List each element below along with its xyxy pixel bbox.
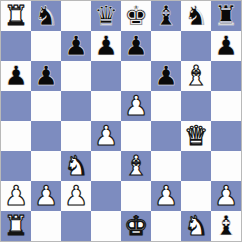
square-d2[interactable] <box>91 181 121 211</box>
square-d3[interactable] <box>91 151 121 181</box>
square-h8[interactable]: ♜ <box>211 1 241 31</box>
square-g3[interactable] <box>181 151 211 181</box>
square-g7[interactable] <box>181 31 211 61</box>
square-g8[interactable]: ♞ <box>181 1 211 31</box>
square-f7[interactable] <box>151 31 181 61</box>
square-e1[interactable]: ♚ <box>121 211 151 241</box>
white-king[interactable]: ♚ <box>124 212 148 239</box>
square-b1[interactable] <box>31 211 61 241</box>
white-rook[interactable]: ♜ <box>4 2 28 29</box>
square-g6[interactable]: ♝ <box>181 61 211 91</box>
square-b3[interactable] <box>31 151 61 181</box>
square-f5[interactable] <box>151 91 181 121</box>
square-g4[interactable]: ♛ <box>181 121 211 151</box>
square-h1[interactable]: ♝ <box>211 211 241 241</box>
square-g1[interactable]: ♞ <box>181 211 211 241</box>
square-b6[interactable]: ♟ <box>31 61 61 91</box>
square-h6[interactable] <box>211 61 241 91</box>
square-f6[interactable]: ♟ <box>151 61 181 91</box>
white-bishop[interactable]: ♝ <box>184 62 208 89</box>
black-pawn[interactable]: ♟ <box>124 32 148 59</box>
white-knight[interactable]: ♞ <box>184 212 208 239</box>
square-e5[interactable]: ♟ <box>121 91 151 121</box>
square-a7[interactable] <box>1 31 31 61</box>
square-c7[interactable]: ♟ <box>61 31 91 61</box>
square-e4[interactable] <box>121 121 151 151</box>
black-rook[interactable]: ♜ <box>214 2 238 29</box>
black-knight[interactable]: ♞ <box>184 2 208 29</box>
square-h3[interactable] <box>211 151 241 181</box>
square-e3[interactable]: ♝ <box>121 151 151 181</box>
square-f3[interactable] <box>151 151 181 181</box>
square-f2[interactable]: ♟ <box>151 181 181 211</box>
white-pawn[interactable]: ♟ <box>94 122 118 149</box>
square-a6[interactable]: ♟ <box>1 61 31 91</box>
square-g5[interactable] <box>181 91 211 121</box>
square-h4[interactable] <box>211 121 241 151</box>
square-c8[interactable] <box>61 1 91 31</box>
square-b2[interactable]: ♟ <box>31 181 61 211</box>
square-e8[interactable]: ♚ <box>121 1 151 31</box>
chess-board: ♜♞♛♚♝♞♜♟♟♟♟♟♟♟♝♟♟♛♞♝♟♟♟♟♟♜♚♞♝ <box>0 0 242 242</box>
square-a2[interactable]: ♟ <box>1 181 31 211</box>
square-e6[interactable] <box>121 61 151 91</box>
square-h7[interactable]: ♟ <box>211 31 241 61</box>
black-pawn[interactable]: ♟ <box>4 62 28 89</box>
black-queen[interactable]: ♛ <box>94 2 118 29</box>
square-a3[interactable] <box>1 151 31 181</box>
square-g2[interactable] <box>181 181 211 211</box>
square-f4[interactable] <box>151 121 181 151</box>
square-f1[interactable] <box>151 211 181 241</box>
square-d6[interactable] <box>91 61 121 91</box>
square-d7[interactable]: ♟ <box>91 31 121 61</box>
black-knight[interactable]: ♞ <box>34 2 58 29</box>
white-pawn[interactable]: ♟ <box>34 182 58 209</box>
square-h2[interactable]: ♟ <box>211 181 241 211</box>
black-pawn[interactable]: ♟ <box>154 62 178 89</box>
square-c5[interactable] <box>61 91 91 121</box>
square-c4[interactable] <box>61 121 91 151</box>
square-a1[interactable]: ♜ <box>1 211 31 241</box>
square-d1[interactable] <box>91 211 121 241</box>
white-knight[interactable]: ♞ <box>64 152 88 179</box>
black-king[interactable]: ♚ <box>124 2 148 29</box>
square-a4[interactable] <box>1 121 31 151</box>
square-c1[interactable] <box>61 211 91 241</box>
white-pawn[interactable]: ♟ <box>64 182 88 209</box>
square-c2[interactable]: ♟ <box>61 181 91 211</box>
black-bishop[interactable]: ♝ <box>214 212 238 239</box>
square-c3[interactable]: ♞ <box>61 151 91 181</box>
square-c6[interactable] <box>61 61 91 91</box>
black-pawn[interactable]: ♟ <box>34 62 58 89</box>
square-b5[interactable] <box>31 91 61 121</box>
square-d4[interactable]: ♟ <box>91 121 121 151</box>
white-pawn[interactable]: ♟ <box>124 92 148 119</box>
square-b4[interactable] <box>31 121 61 151</box>
black-bishop[interactable]: ♝ <box>154 2 178 29</box>
white-rook[interactable]: ♜ <box>4 212 28 239</box>
white-queen[interactable]: ♛ <box>184 122 208 149</box>
square-e7[interactable]: ♟ <box>121 31 151 61</box>
square-a8[interactable]: ♜ <box>1 1 31 31</box>
black-pawn[interactable]: ♟ <box>214 32 238 59</box>
square-b7[interactable] <box>31 31 61 61</box>
square-d5[interactable] <box>91 91 121 121</box>
square-h5[interactable] <box>211 91 241 121</box>
square-f8[interactable]: ♝ <box>151 1 181 31</box>
black-pawn[interactable]: ♟ <box>94 32 118 59</box>
white-pawn[interactable]: ♟ <box>214 182 238 209</box>
white-pawn[interactable]: ♟ <box>154 182 178 209</box>
white-pawn[interactable]: ♟ <box>4 182 28 209</box>
black-pawn[interactable]: ♟ <box>64 32 88 59</box>
square-e2[interactable] <box>121 181 151 211</box>
white-bishop[interactable]: ♝ <box>124 152 148 179</box>
square-a5[interactable] <box>1 91 31 121</box>
square-d8[interactable]: ♛ <box>91 1 121 31</box>
square-b8[interactable]: ♞ <box>31 1 61 31</box>
